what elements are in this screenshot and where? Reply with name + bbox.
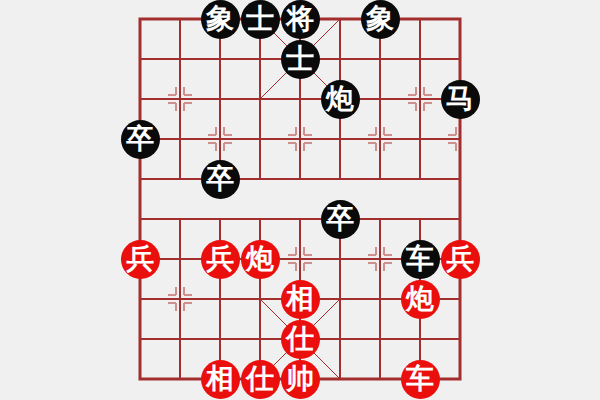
piece-red-elephant[interactable]: 相: [281, 280, 320, 319]
piece-red-soldier[interactable]: 兵: [121, 240, 160, 279]
piece-black-horse[interactable]: 马: [441, 80, 480, 119]
piece-black-soldier[interactable]: 卒: [321, 200, 360, 239]
piece-red-cannon[interactable]: 炮: [401, 280, 440, 319]
piece-black-soldier[interactable]: 卒: [121, 120, 160, 159]
piece-black-chariot[interactable]: 车: [401, 240, 440, 279]
piece-red-soldier[interactable]: 兵: [441, 240, 480, 279]
piece-red-soldier[interactable]: 兵: [201, 240, 240, 279]
piece-red-advisor[interactable]: 仕: [241, 360, 280, 399]
xiangqi-board: 象士将象士炮马卒卒卒车兵兵炮兵相炮仕相仕帅车: [0, 0, 600, 400]
piece-black-elephant[interactable]: 象: [361, 0, 400, 39]
piece-red-chariot[interactable]: 车: [401, 360, 440, 399]
piece-red-advisor[interactable]: 仕: [281, 320, 320, 359]
piece-black-cannon[interactable]: 炮: [321, 80, 360, 119]
piece-black-elephant[interactable]: 象: [201, 0, 240, 39]
piece-black-soldier[interactable]: 卒: [201, 160, 240, 199]
piece-black-advisor[interactable]: 士: [241, 0, 280, 39]
piece-red-elephant[interactable]: 相: [201, 360, 240, 399]
board-grid[interactable]: 象士将象士炮马卒卒卒车兵兵炮兵相炮仕相仕帅车: [120, 0, 480, 399]
piece-red-cannon[interactable]: 炮: [241, 240, 280, 279]
piece-red-king[interactable]: 帅: [281, 360, 320, 399]
piece-black-advisor[interactable]: 士: [281, 40, 320, 79]
piece-black-king[interactable]: 将: [281, 0, 320, 39]
